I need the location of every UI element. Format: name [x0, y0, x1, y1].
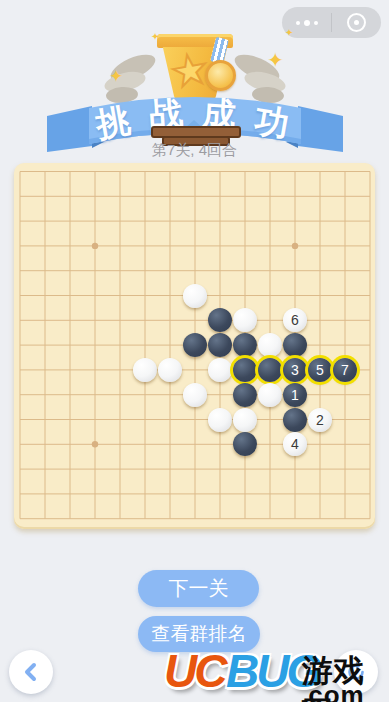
- stone-white: [133, 358, 157, 382]
- stone-black-move-5: 5: [308, 358, 332, 382]
- stone-black: [283, 408, 307, 432]
- level-round-text: 第7关, 4回合: [0, 141, 389, 160]
- back-button[interactable]: [9, 650, 53, 694]
- watermark-uc: UC: [164, 648, 224, 694]
- stone-white: [183, 284, 207, 308]
- chevron-left-icon: [21, 661, 41, 683]
- stone-black: [283, 333, 307, 357]
- banner-title-char: 挑: [93, 102, 132, 141]
- banner-title-char: 功: [252, 102, 291, 141]
- stone-white: [183, 383, 207, 407]
- stone-white-move-2: 2: [308, 408, 332, 432]
- stone-white: [258, 383, 282, 407]
- medal-icon: [205, 60, 236, 91]
- stone-black-move-3: 3: [283, 358, 307, 382]
- miniprogram-capsule: [282, 7, 381, 38]
- stone-black: [233, 383, 257, 407]
- watermark-bug: BUG: [226, 648, 319, 694]
- stone-black: [183, 333, 207, 357]
- close-icon[interactable]: [332, 7, 381, 38]
- sparkle-icon: ✦: [267, 50, 284, 70]
- win-screen: ★ ✦ ✦ ✦ ✦ 挑战成功 第7关, 4回合 6357124 下一关 查看群排…: [0, 0, 389, 702]
- stone-black: [258, 358, 282, 382]
- stone-black: [233, 358, 257, 382]
- sparkle-icon: ✦: [285, 28, 293, 38]
- stone-black-move-7: 7: [333, 358, 357, 382]
- stone-white: [208, 408, 232, 432]
- sparkle-icon: ✦: [109, 68, 123, 85]
- stone-white: [258, 333, 282, 357]
- gomoku-board: 6357124: [14, 163, 375, 529]
- refresh-icon: [345, 661, 367, 683]
- replay-button[interactable]: [334, 650, 378, 694]
- sparkle-icon: ✦: [151, 32, 159, 42]
- stone-white: [208, 358, 232, 382]
- stone-black-move-1: 1: [283, 383, 307, 407]
- stone-black: [208, 333, 232, 357]
- stone-white: [158, 358, 182, 382]
- next-level-button[interactable]: 下一关: [138, 570, 259, 607]
- stone-black: [233, 333, 257, 357]
- group-ranking-button[interactable]: 查看群排名: [138, 616, 260, 652]
- stone-white: [233, 408, 257, 432]
